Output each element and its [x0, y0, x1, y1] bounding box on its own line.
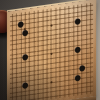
board-cell[interactable]: ●	[76, 47, 80, 52]
go-photo-scene: ●●●●●●●●	[0, 0, 100, 100]
board-cell[interactable]: ●	[76, 19, 80, 24]
board-cell[interactable]: ●	[23, 84, 27, 89]
board-cell[interactable]: ●	[19, 22, 23, 27]
board-cell[interactable]: ●	[76, 76, 80, 81]
board-cell[interactable]: ●	[23, 55, 27, 60]
black-stone-R6[interactable]: ●	[79, 65, 85, 73]
black-stone-D15[interactable]: ●	[22, 30, 28, 38]
go-board-grid: ●●●●●●●●	[10, 3, 93, 100]
black-stone-Q4[interactable]: ●	[75, 75, 81, 83]
board-cell[interactable]: ●	[23, 31, 27, 36]
black-stone-D4[interactable]: ●	[22, 82, 28, 90]
black-stone-C17[interactable]: ●	[18, 21, 24, 29]
board-cell[interactable]: ●	[80, 66, 84, 71]
black-stone-D10[interactable]: ●	[22, 53, 28, 61]
go-board: ●●●●●●●●	[7, 0, 96, 100]
black-stone-Q10[interactable]: ●	[75, 46, 81, 54]
board-cell[interactable]	[89, 89, 93, 94]
black-stone-Q16[interactable]: ●	[75, 17, 81, 25]
